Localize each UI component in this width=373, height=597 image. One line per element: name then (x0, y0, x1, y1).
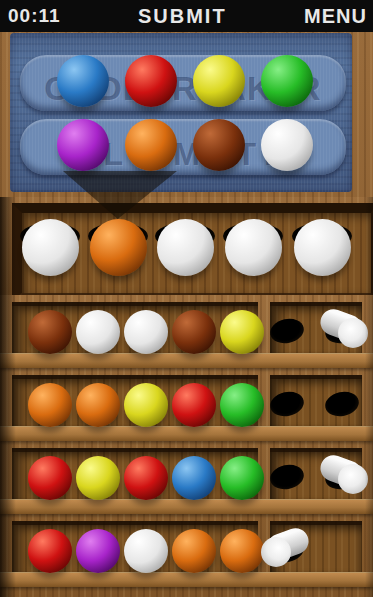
history-ball-blue (172, 456, 216, 500)
top-bar: 00:11 SUBMIT MENU (0, 0, 373, 32)
peg-face (261, 537, 291, 567)
guess-balls-area (12, 521, 258, 577)
menu-button[interactable]: MENU (304, 5, 367, 28)
history-ball-orange (76, 383, 120, 427)
history-ball-red (124, 456, 168, 500)
guess-balls-area (12, 302, 258, 358)
palette-ball-green[interactable] (261, 55, 313, 107)
feedback-white-peg (316, 456, 368, 494)
history-board (0, 295, 373, 597)
history-ball-green (220, 383, 264, 427)
submit-button[interactable]: SUBMIT (138, 5, 227, 28)
feedback-white-peg (261, 529, 313, 567)
feedback-hole (268, 389, 306, 420)
shelf-front (0, 426, 373, 441)
shelf-front (0, 572, 373, 587)
right-frame-shadow (365, 197, 373, 597)
feedback-hole (268, 462, 306, 493)
history-ball-white (124, 310, 168, 354)
history-ball-red (28, 529, 72, 573)
history-ball-yellow (76, 456, 120, 500)
palette-ball-red[interactable] (125, 55, 177, 107)
palette-ball-brown[interactable] (193, 119, 245, 171)
guess-row (0, 441, 373, 514)
feedback-hole (268, 316, 306, 347)
history-ball-red (172, 383, 216, 427)
game-screen: 00:11 SUBMIT MENU CODEBREAKER ULTIMATE (0, 0, 373, 597)
history-ball-red (28, 456, 72, 500)
guess-row (0, 514, 373, 587)
peg-face (338, 318, 368, 348)
history-ball-purple (76, 529, 120, 573)
history-ball-orange (172, 529, 216, 573)
palette-ball-blue[interactable] (57, 55, 109, 107)
feedback-hole (323, 389, 361, 420)
shelf-front (0, 499, 373, 514)
palette-ball-purple[interactable] (57, 119, 109, 171)
palette-panel: CODEBREAKER ULTIMATE (10, 33, 352, 192)
guess-slot-ball-orange[interactable] (90, 219, 147, 276)
feedback-area (270, 302, 362, 358)
timer: 00:11 (8, 5, 61, 27)
history-ball-brown (172, 310, 216, 354)
history-ball-green (220, 456, 264, 500)
guess-balls-area (12, 448, 258, 504)
history-ball-white (76, 310, 120, 354)
guess-slot-ball-white[interactable] (225, 219, 282, 276)
guess-balls-area (12, 375, 258, 431)
palette-ball-orange[interactable] (125, 119, 177, 171)
guess-slot-ball-white[interactable] (294, 219, 351, 276)
history-ball-yellow (220, 310, 264, 354)
shelf-front (0, 353, 373, 368)
guess-slot-ball-white[interactable] (157, 219, 214, 276)
history-ball-orange (28, 383, 72, 427)
left-frame-shadow (0, 197, 16, 597)
peg-face (338, 464, 368, 494)
history-ball-orange (220, 529, 264, 573)
feedback-white-peg (316, 310, 368, 348)
feedback-area (270, 448, 362, 504)
guess-row (0, 368, 373, 441)
current-guess-row (0, 197, 373, 295)
history-ball-white (124, 529, 168, 573)
feedback-area (270, 375, 362, 431)
history-ball-brown (28, 310, 72, 354)
feedback-area (270, 521, 362, 577)
palette-section: CODEBREAKER ULTIMATE (0, 32, 373, 197)
guess-slot-ball-white[interactable] (22, 219, 79, 276)
history-ball-yellow (124, 383, 168, 427)
palette-ball-white[interactable] (261, 119, 313, 171)
palette-ball-yellow[interactable] (193, 55, 245, 107)
guess-row (0, 295, 373, 368)
